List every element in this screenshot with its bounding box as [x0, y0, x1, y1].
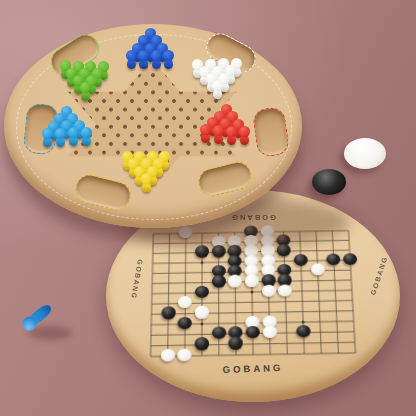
peg-white [211, 80, 224, 99]
peg-head [163, 50, 174, 61]
loose-black-go-stone [312, 169, 346, 195]
peg-blue [137, 50, 150, 69]
peg-red [199, 124, 212, 143]
go-stone-white [310, 263, 324, 275]
go-stone-black [212, 275, 226, 288]
peg-red [212, 125, 225, 144]
peg-blue [150, 50, 163, 69]
peg-blue [125, 50, 138, 69]
peg-light-blue [80, 127, 93, 146]
peg-head [226, 126, 237, 137]
peg-light-blue [41, 128, 54, 147]
go-stone-black [343, 253, 357, 265]
go-stone-white [261, 284, 275, 297]
go-stone-white [245, 274, 259, 287]
peg-head [212, 80, 223, 91]
loose-white-go-stone [344, 138, 386, 169]
peg-light-blue [67, 127, 80, 146]
peg-head [239, 126, 250, 137]
go-stone-black [161, 306, 175, 319]
peg-yellow [140, 173, 153, 192]
peg-blue [162, 50, 175, 69]
peg-head [81, 127, 92, 138]
peg-green [79, 82, 92, 101]
peg-red [225, 126, 238, 145]
go-stone-black [195, 337, 209, 350]
peg-head [55, 128, 66, 139]
peg-light-blue [54, 128, 67, 147]
peg-head [141, 173, 152, 184]
peg-head [213, 125, 224, 136]
peg-head [42, 128, 53, 139]
peg-head [68, 127, 79, 138]
go-stone-white [160, 348, 175, 361]
peg-head [200, 124, 211, 135]
peg-head [138, 50, 149, 61]
go-stone-white [195, 306, 209, 319]
peg-head [126, 50, 137, 61]
go-stone-black [294, 254, 308, 266]
peg-head [80, 82, 91, 93]
product-photo-scene: GOBANG GOBANG GOBANG GOBANG [0, 0, 416, 416]
peg-head [151, 50, 162, 61]
peg-red [238, 126, 251, 145]
go-stone-black [195, 285, 209, 298]
